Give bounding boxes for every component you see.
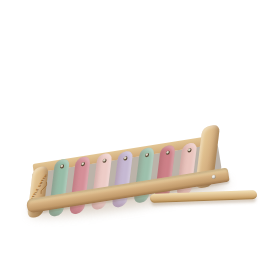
photo-background: LITTLE DUTCH xyxy=(0,0,270,270)
screw-icon xyxy=(211,175,216,180)
screw-icon xyxy=(165,150,169,155)
screw-icon xyxy=(59,164,63,169)
screw-icon xyxy=(80,162,84,167)
screw-icon xyxy=(144,153,148,158)
screw-icon xyxy=(187,148,191,153)
screw-icon xyxy=(123,156,127,161)
screw-icon xyxy=(102,158,106,163)
xylophone: LITTLE DUTCH xyxy=(17,110,241,238)
